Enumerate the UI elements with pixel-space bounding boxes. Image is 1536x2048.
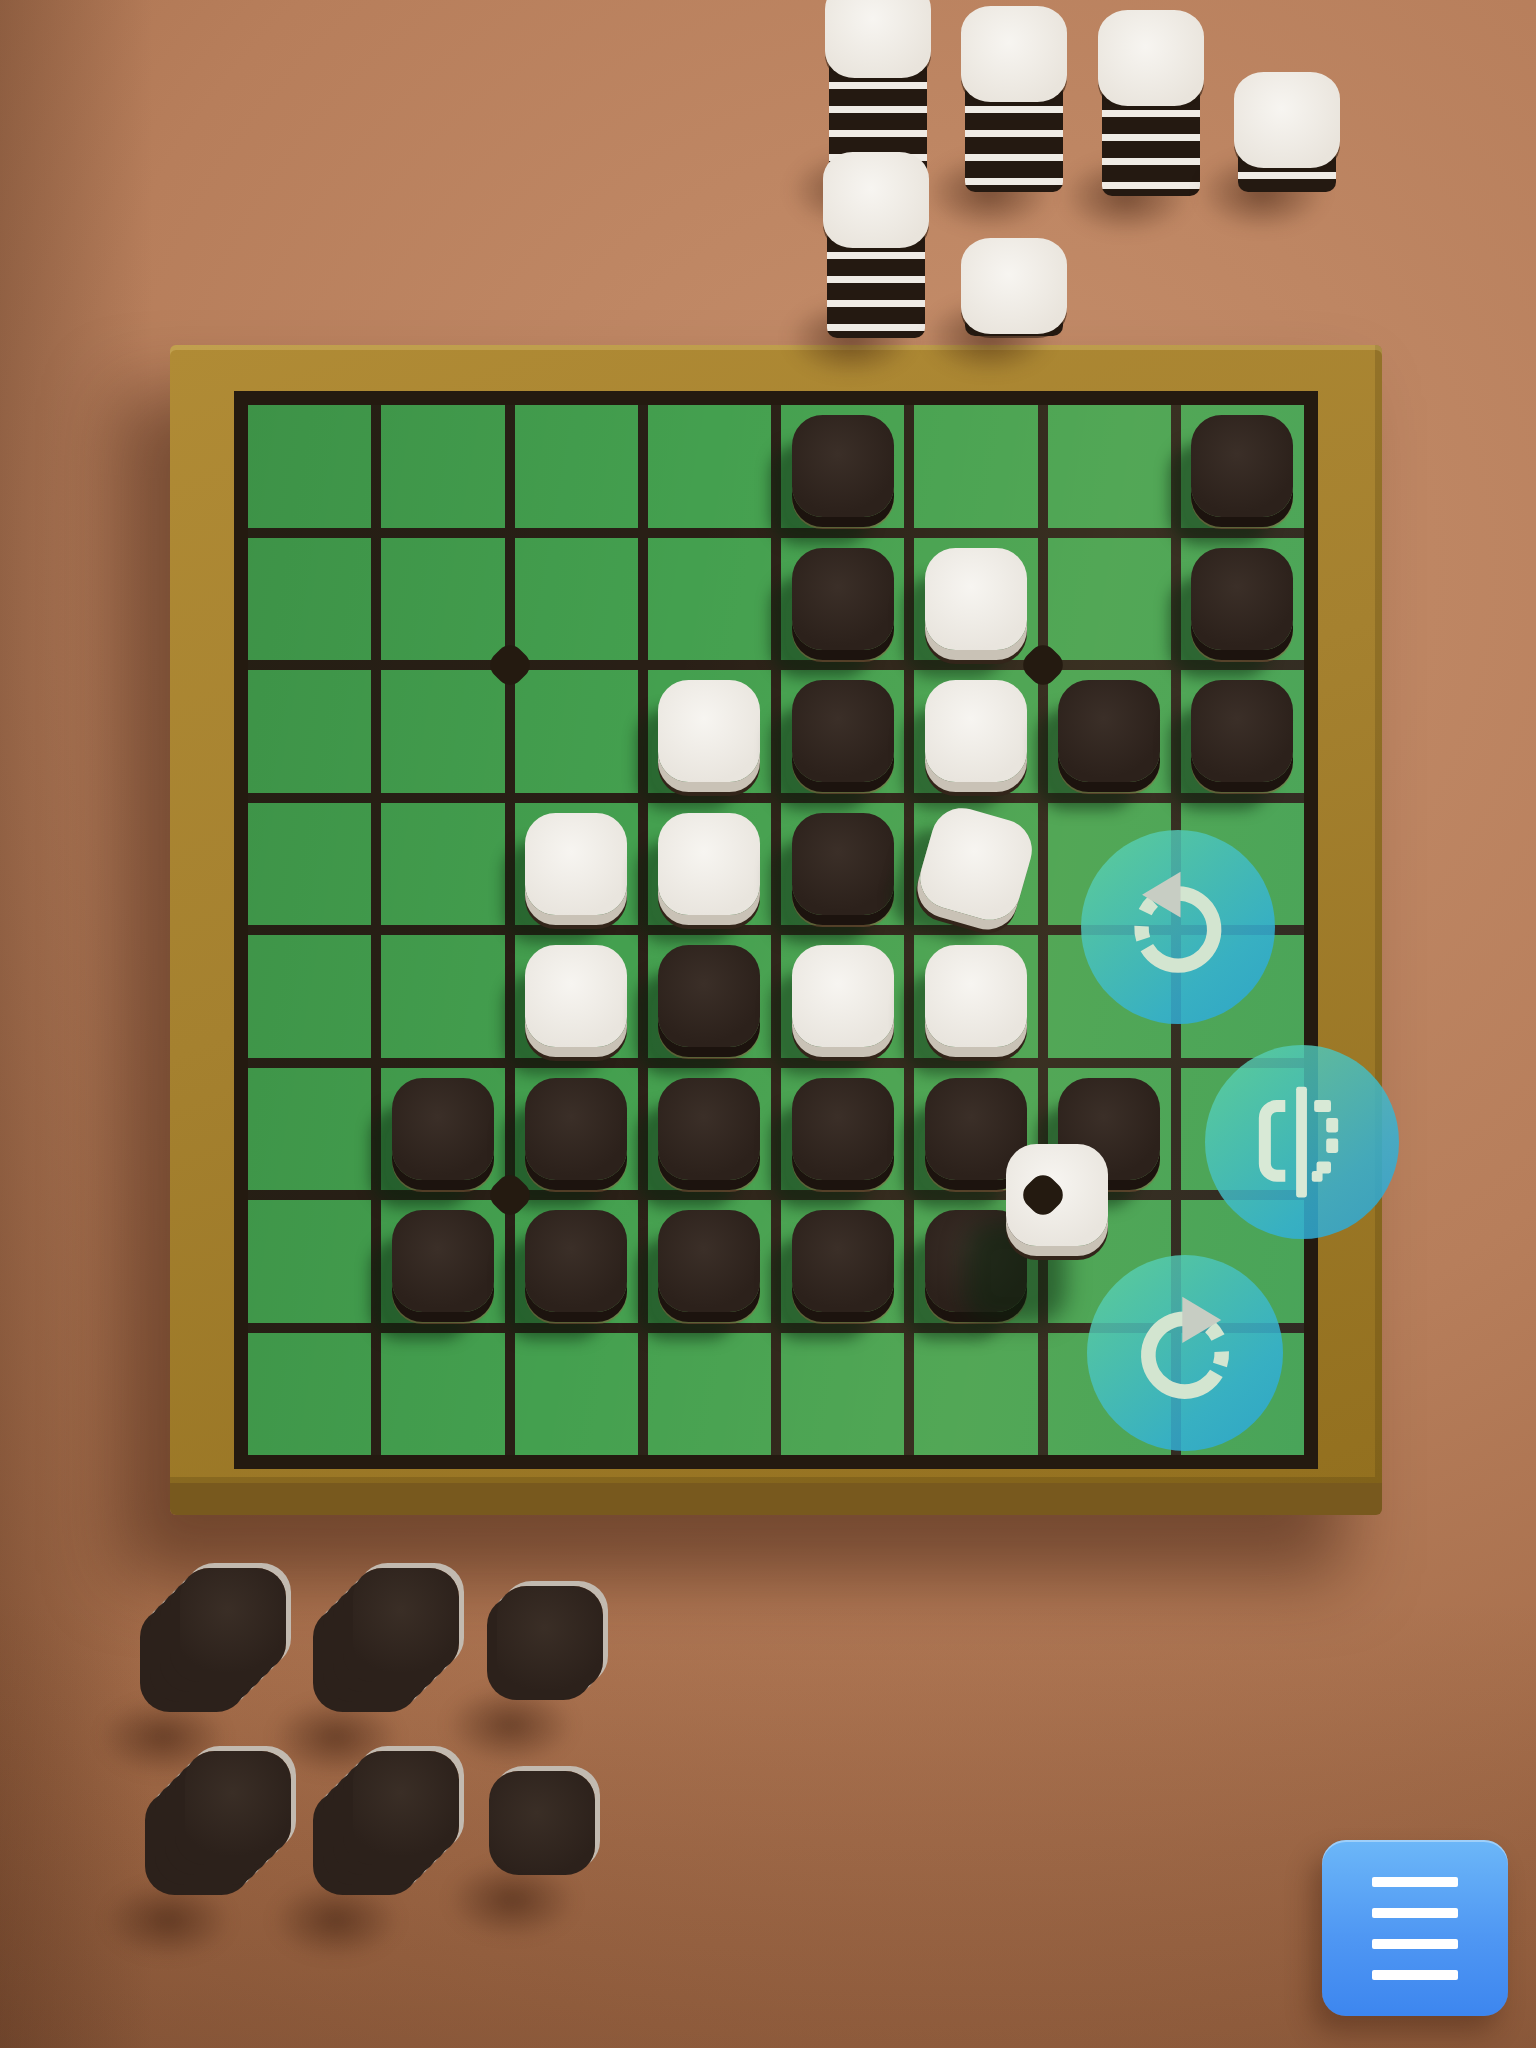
black-disc-b7: [392, 1210, 494, 1312]
black-stack-disc: [497, 1586, 603, 1690]
board-cell-b4[interactable]: [381, 803, 504, 926]
redo-button[interactable]: [1087, 1255, 1283, 1451]
board-cell-d2[interactable]: [648, 538, 771, 661]
hamburger-menu-icon: [1372, 1877, 1458, 1887]
black-disc-e1: [792, 415, 894, 517]
white-disc-e5: [792, 945, 894, 1047]
white-stack-top-disc: [825, 0, 931, 78]
board-cell-a6[interactable]: [248, 1068, 371, 1191]
board-cell-f1[interactable]: [914, 405, 1037, 528]
board-cell-a1[interactable]: [248, 405, 371, 528]
board-cell-a4[interactable]: [248, 803, 371, 926]
white-disc-f5: [925, 945, 1027, 1047]
board-cell-a2[interactable]: [248, 538, 371, 661]
white-disc-g7: [1006, 1144, 1108, 1246]
board-cell-f8[interactable]: [914, 1333, 1037, 1456]
board-cell-b1[interactable]: [381, 405, 504, 528]
flip-horizontal-icon: [1242, 1082, 1362, 1202]
board-cell-b2[interactable]: [381, 538, 504, 661]
board-cell-a7[interactable]: [248, 1200, 371, 1323]
white-stack-top-disc: [961, 238, 1067, 334]
board-cell-a3[interactable]: [248, 670, 371, 793]
board-cell-b5[interactable]: [381, 935, 504, 1058]
board-cell-g2[interactable]: [1048, 538, 1171, 661]
board-cell-c8[interactable]: [515, 1333, 638, 1456]
black-disc-e6: [792, 1078, 894, 1180]
game-scene: [0, 0, 1536, 2048]
white-stack-top-disc: [961, 6, 1067, 102]
black-stack-disc: [180, 1568, 286, 1672]
board-cell-b3[interactable]: [381, 670, 504, 793]
board-cell-a5[interactable]: [248, 935, 371, 1058]
board-cell-e8[interactable]: [781, 1333, 904, 1456]
black-disc-e3: [792, 680, 894, 782]
board-cell-g1[interactable]: [1048, 405, 1171, 528]
black-disc-e7: [792, 1210, 894, 1312]
undo-button[interactable]: [1081, 830, 1275, 1024]
black-disc-h1: [1191, 415, 1293, 517]
black-disc-h3: [1191, 680, 1293, 782]
board-cell-d8[interactable]: [648, 1333, 771, 1456]
black-stack-disc: [489, 1771, 595, 1875]
black-stack-disc: [353, 1568, 459, 1672]
black-disc-g3: [1058, 680, 1160, 782]
undo-rotate-ccw-icon: [1118, 867, 1238, 987]
black-disc-c6: [525, 1078, 627, 1180]
black-disc-b6: [392, 1078, 494, 1180]
black-disc-h2: [1191, 548, 1293, 650]
board-cell-c1[interactable]: [515, 405, 638, 528]
board-cell-b8[interactable]: [381, 1333, 504, 1456]
white-stack-top-disc: [1098, 10, 1204, 106]
white-disc-f3: [925, 680, 1027, 782]
white-disc-f2: [925, 548, 1027, 650]
white-disc-c4: [525, 813, 627, 915]
redo-rotate-cw-icon: [1124, 1292, 1246, 1414]
white-stack-top-disc: [823, 152, 929, 248]
black-disc-e2: [792, 548, 894, 650]
white-disc-d3: [658, 680, 760, 782]
board-cell-c3[interactable]: [515, 670, 638, 793]
black-stack-disc: [185, 1751, 291, 1855]
menu-button[interactable]: [1322, 1840, 1508, 2016]
black-disc-d7: [658, 1210, 760, 1312]
board-cell-a8[interactable]: [248, 1333, 371, 1456]
black-disc-e4: [792, 813, 894, 915]
black-stack-disc: [353, 1751, 459, 1855]
board-cell-d1[interactable]: [648, 405, 771, 528]
board-cell-c2[interactable]: [515, 538, 638, 661]
black-disc-c7: [525, 1210, 627, 1312]
white-disc-d4: [658, 813, 760, 915]
black-disc-d6: [658, 1078, 760, 1180]
white-disc-c5: [525, 945, 627, 1047]
flip-board-button[interactable]: [1205, 1045, 1399, 1239]
white-stack-top-disc: [1234, 72, 1340, 168]
black-disc-d5: [658, 945, 760, 1047]
